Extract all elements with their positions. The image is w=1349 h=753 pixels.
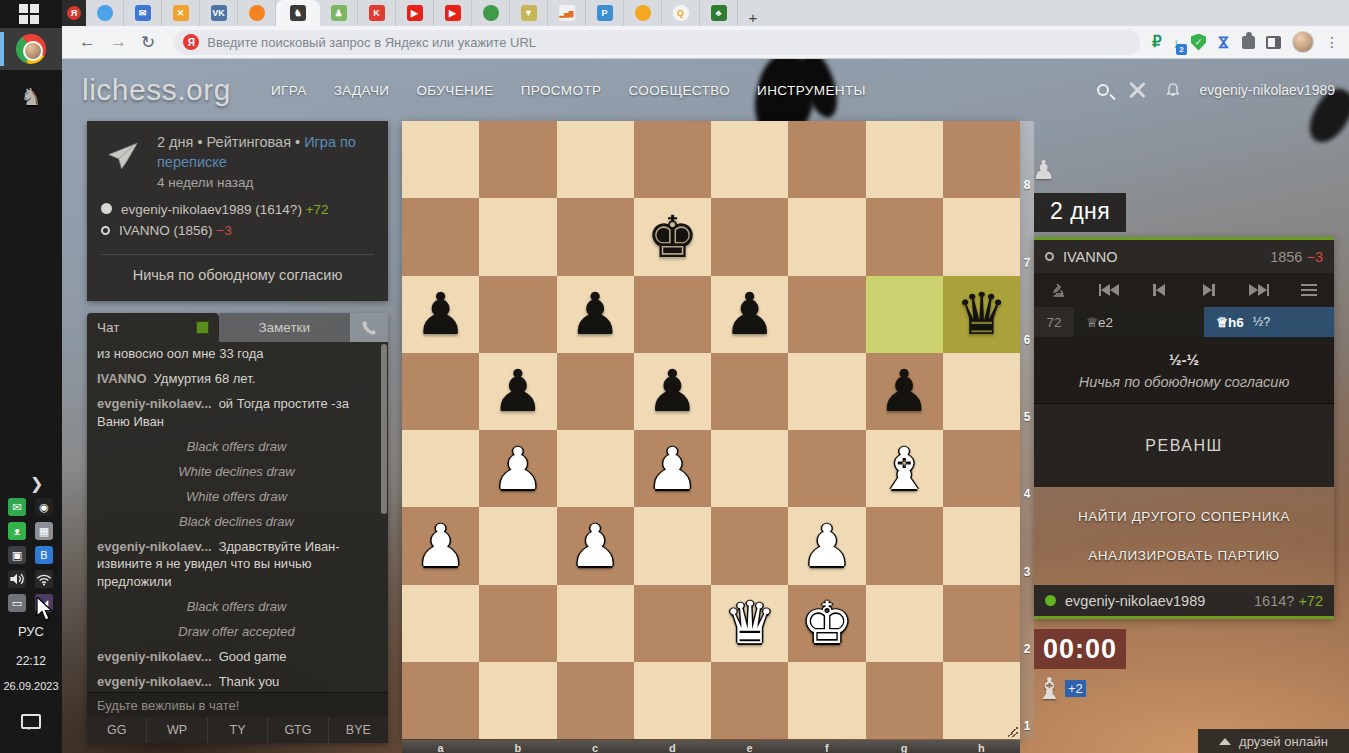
os-taskbar: ♞ ❯ ✉◉ᴥ▦▣B▭◢ РУС 22:12 26.09.2023 [0,0,62,753]
square-f5[interactable] [788,353,865,430]
square-h7[interactable] [943,198,1020,275]
main-nav: ИГРАЗАДАЧИОБУЧЕНИЕПРОСМОТРСООБЩЕСТВОИНСТ… [271,83,866,98]
black-material-pawn-icon: ♟ [1032,155,1055,186]
square-b4[interactable]: ♟ [479,430,556,507]
chat-system-message: Black offers draw [97,438,376,456]
black-move-selected[interactable]: ♕h6½? [1204,307,1334,337]
back-button[interactable]: ← [79,32,96,52]
tab-chess-green-icon: ♟ [331,5,347,21]
white-king[interactable]: ♚ [788,585,865,662]
site-logo[interactable]: lichess.org [82,73,231,107]
file-label-a: a [402,740,479,753]
correspondence-plane-icon [101,133,145,173]
square-c8[interactable] [557,121,634,198]
black-dot-icon [101,226,110,235]
square-f1[interactable] [788,662,865,739]
chat-username[interactable]: evgeniy-nikolaev... [97,539,212,554]
square-e2[interactable]: ♛ [711,585,788,662]
nav-item-4[interactable]: ПРОСМОТР [521,83,602,98]
square-b7[interactable] [479,198,556,275]
quick-button-wp[interactable]: WP [146,717,206,743]
new-opponent-button[interactable]: НАЙТИ ДРУГОГО СОПЕРНИКА [1078,509,1290,524]
tab-chess-green[interactable]: ♟ [320,0,358,26]
white-material-bishop-icon: ♝ [1036,671,1063,706]
square-e7[interactable] [711,198,788,275]
tab-youtube-2-icon: ▶ [445,5,461,21]
quick-button-bye[interactable]: BYE [328,717,388,743]
square-d5[interactable]: ♟ [634,353,711,430]
file-label-e: e [711,740,788,753]
friends-online-bar[interactable]: друзей онлайн [1198,729,1349,753]
square-f8[interactable] [788,121,865,198]
yandex-button[interactable]: Я [62,0,86,26]
divider [101,254,374,255]
game-age: 4 недели назад [157,175,374,190]
white-clock: 00:00 [1034,629,1126,669]
next-move-button[interactable] [1184,273,1234,307]
result-block: ½-½ Ничья по обоюдному согласию [1034,337,1334,403]
move-number: 72 [1034,307,1074,337]
notifications-icon[interactable] [21,714,41,729]
square-d3[interactable] [634,507,711,584]
chat-input[interactable]: Будьте вежливы в чате! [87,692,388,717]
previous-move-button[interactable] [1134,273,1184,307]
reload-button[interactable]: ↻ [141,32,155,53]
language-indicator[interactable]: РУС [0,624,62,639]
square-c3[interactable]: ♟ [557,507,634,584]
material-count: +2 [1065,680,1086,697]
chat-room-toggle[interactable] [196,321,209,334]
square-a1[interactable] [402,662,479,739]
square-a2[interactable] [402,585,479,662]
square-d4[interactable]: ♟ [634,430,711,507]
square-h2[interactable] [943,585,1020,662]
black-player-row[interactable]: IVANNO 1856 −3 [1034,237,1334,273]
square-a6[interactable]: ♟ [402,276,479,353]
square-e8[interactable] [711,121,788,198]
nav-item-5[interactable]: СООБЩЕСТВО [628,83,730,98]
rank-label-1: 1 [1020,662,1034,739]
quick-button-ty[interactable]: TY [207,717,267,743]
chat-quick-buttons: GGWPTYGTGBYE [87,717,388,743]
calculator-icon[interactable]: ▦ [35,522,53,540]
rank-label-3: 3 [1020,507,1034,584]
tab-green[interactable] [472,0,510,26]
square-c2[interactable] [557,585,634,662]
black-pawn[interactable]: ♟ [557,276,634,353]
tab-shield[interactable]: ▼ [510,0,548,26]
lichess-page: lichess.org ИГРАЗАДАЧИОБУЧЕНИЕПРОСМОТРСО… [62,59,1349,753]
white-player-line[interactable]: evgeniy-nikolaev1989 (1614?) +72 [101,200,374,221]
tab-chat[interactable]: Чат [87,313,219,342]
nav-item-3[interactable]: ОБУЧЕНИЕ [416,83,493,98]
bell-icon[interactable] [1165,82,1181,99]
analysis-button[interactable] [1034,273,1084,307]
square-g2[interactable] [866,585,943,662]
board-resize-handle[interactable] [1008,727,1018,737]
browser-toolbar: ← → ↻ Я Введите поисковый запрос в Яндек… [62,26,1349,59]
game-setup-line: 2 дня • Рейтинговая • Игра по переписке [157,133,374,172]
mail-icon[interactable]: ✉ [8,498,26,516]
chat-username[interactable]: IVANNO [97,371,147,386]
square-d6[interactable] [634,276,711,353]
wifi-icon[interactable] [35,570,53,588]
tab-lichess[interactable]: ♞ [276,0,320,26]
tab-youtube-2[interactable]: ▶ [434,0,472,26]
chrome-app-icon[interactable] [0,28,62,70]
clock-date[interactable]: 26.09.2023 [0,680,62,692]
black-player-line[interactable]: IVANNO (1856) −3 [101,221,374,242]
first-move-button[interactable] [1084,273,1134,307]
square-b8[interactable] [479,121,556,198]
file-label-d: d [634,740,711,753]
square-c4[interactable] [557,430,634,507]
square-f7[interactable] [788,198,865,275]
tab-vk[interactable]: VK [200,0,238,26]
chat-username[interactable]: evgeniy-nikolaev... [97,396,212,411]
chess-board[interactable]: ♚♟♟♟♛♟♟♟♟♟♝♟♟♟♛♚ [402,121,1020,739]
square-g7[interactable] [866,198,943,275]
chat-system-message: White offers draw [97,488,376,506]
tab-q-orange[interactable]: Q [662,0,700,26]
file-label-c: c [557,740,634,753]
white-pawn[interactable]: ♟ [557,507,634,584]
new-tab-button[interactable]: + [738,9,768,26]
square-e6[interactable]: ♟ [711,276,788,353]
white-pawn[interactable]: ♟ [634,430,711,507]
clock-time[interactable]: 22:12 [0,654,62,668]
white-material-advantage: ♝ +2 [1036,671,1086,706]
tab-youtube[interactable]: ▶ [396,0,434,26]
tab-p-blue-icon: P [597,5,613,21]
nvidia-icon[interactable]: ◉ [35,498,53,516]
volume-icon[interactable] [8,570,26,588]
square-b5[interactable]: ♟ [479,353,556,430]
microscope-icon [1051,282,1067,298]
screencast-icon[interactable]: ▣ [8,546,26,564]
address-bar[interactable]: Я Введите поисковый запрос в Яндекс или … [174,30,1140,55]
nav-item-1[interactable]: ИГРА [271,83,307,98]
rank-label-5: 5 [1020,353,1034,430]
monitor-icon[interactable]: ▭ [8,594,26,612]
square-g4[interactable]: ♝ [866,430,943,507]
square-a7[interactable] [402,198,479,275]
tab-p-blue[interactable]: P [586,0,624,26]
tab-stats-icon: ▂▅▇ [559,5,575,21]
tab-kinopoisk[interactable]: K [358,0,396,26]
result-reason: Ничья по обоюдному согласию [1079,374,1290,390]
white-pawn[interactable]: ♟ [402,507,479,584]
chat-message: из новосио оол мне 33 года [97,345,376,363]
square-a5[interactable] [402,353,479,430]
tab-lichess-icon: ♞ [290,5,306,21]
white-queen[interactable]: ♛ [711,585,788,662]
tab-orange-x[interactable]: ✕ [162,0,200,26]
last-move-button[interactable] [1234,273,1284,307]
menu-hamburger-icon[interactable] [1284,273,1334,307]
quick-button-gg[interactable]: GG [87,717,146,743]
challenges-swords-icon[interactable] [1128,81,1146,99]
black-queen[interactable]: ♛ [943,276,1020,353]
online-dot-icon [1045,595,1056,606]
chat-message: evgeniy-nikolaev...Good game [97,648,376,666]
white-move[interactable]: ♕e2 [1074,307,1204,337]
white-player-row[interactable]: evgeniy-nikolaev1989 1614? +72 [1034,585,1334,619]
square-c7[interactable] [557,198,634,275]
square-c6[interactable]: ♟ [557,276,634,353]
white-pawn[interactable]: ♟ [788,507,865,584]
tab-browser[interactable] [86,0,124,26]
tab-shield-icon: ▼ [521,5,537,21]
chat-system-message: Black declines draw [97,513,376,531]
square-c1[interactable] [557,662,634,739]
downloads-icon[interactable]: ↓2 [1173,34,1181,51]
profile-avatar[interactable] [1292,31,1314,53]
sidebar-toggle-icon[interactable] [1266,36,1281,49]
rank-coordinates: 87654321 [1020,121,1034,739]
rank-label-4: 4 [1020,430,1034,507]
chat-scrollbar[interactable] [381,344,387,514]
nav-item-2[interactable]: ЗАДАЧИ [334,83,390,98]
square-d2[interactable] [634,585,711,662]
rank-label-6: 6 [1020,276,1034,353]
file-label-b: b [479,740,556,753]
tab-mail-icon: ✉ [135,5,151,21]
search-icon[interactable] [1097,84,1109,96]
black-pawn[interactable]: ♟ [866,353,943,430]
voice-chat-button[interactable] [350,313,388,342]
black-pawn[interactable]: ♟ [711,276,788,353]
square-g3[interactable] [866,507,943,584]
draw-offer-mark: ½? [1253,315,1270,329]
tab-tree[interactable]: ♣ [700,0,738,26]
adguard-shield-icon[interactable]: ✓ [1191,34,1206,51]
time-control-badge: 2 дня [1034,193,1126,232]
square-g1[interactable] [866,662,943,739]
browser-menu-icon[interactable]: ⋮ [1325,34,1339,50]
rank-label-2: 2 [1020,585,1034,662]
yandex-search-icon: Я [183,34,199,50]
square-e5[interactable] [711,353,788,430]
white-pawn[interactable]: ♟ [479,430,556,507]
chat-message: evgeniy-nikolaev...Здравствуйте Иван- из… [97,538,376,592]
move-controls [1034,273,1334,307]
square-h5[interactable] [943,353,1020,430]
file-label-g: g [866,740,943,753]
square-a8[interactable] [402,121,479,198]
tab-orange-x-icon: ✕ [173,5,189,21]
extensions-puzzle-icon[interactable] [1242,36,1255,49]
white-bishop[interactable]: ♝ [866,430,943,507]
downloads-badge: 2 [1176,44,1187,55]
square-f3[interactable]: ♟ [788,507,865,584]
chat-message: evgeniy-nikolaev...ой Тогда простите -за… [97,395,376,431]
tab-q-orange-icon: Q [673,5,689,21]
result-summary: Ничья по обоюдному согласию [101,267,374,287]
user-menu[interactable]: evgeniy-nikolaev1989 [1200,82,1335,98]
phone-icon [361,320,377,336]
browser-window: Я ✉✕VK♞♟K▶▶▼▂▅▇PQ♣+ ← → ↻ Я Введите поис… [62,0,1349,753]
square-f4[interactable] [788,430,865,507]
tab-chat-orange[interactable] [624,0,662,26]
chat-message: evgeniy-nikolaev...Thank you [97,673,376,691]
chat-messages[interactable]: из новосио оол мне 33 годаIVANNOУдмуртия… [87,342,388,692]
tab-strip: Я ✉✕VK♞♟K▶▶▼▂▅▇PQ♣+ [62,0,1349,26]
square-f2[interactable]: ♚ [788,585,865,662]
square-b3[interactable] [479,507,556,584]
site-header: lichess.org ИГРАЗАДАЧИОБУЧЕНИЕПРОСМОТРСО… [82,67,1335,113]
file-label-f: f [788,740,865,753]
game-side-panel: IVANNO 1856 −3 72 ♕e2 ♕h6½? [1034,237,1334,619]
square-f6[interactable] [788,276,865,353]
offline-dot-icon [1045,252,1054,261]
knight-icon: ♞ [20,83,42,111]
address-placeholder: Введите поисковый запрос в Яндекс или ук… [207,35,536,50]
tab-vk-icon: VK [211,5,227,21]
game-meta-box: 2 дня • Рейтинговая • Игра по переписке … [87,121,388,301]
square-h4[interactable] [943,430,1020,507]
square-d1[interactable] [634,662,711,739]
square-h6[interactable]: ♛ [943,276,1020,353]
square-g8[interactable] [866,121,943,198]
chat-username[interactable]: evgeniy-nikolaev... [97,674,212,689]
file-coordinates: abcdefgh [402,740,1020,753]
square-d7[interactable]: ♚ [634,198,711,275]
chat-panel: Чат Заметки из новосио оол мне 33 годаIV… [87,313,388,743]
tray-expand-chevron-icon[interactable]: ❯ [30,474,43,493]
rematch-button[interactable]: РЕВАНШ [1034,403,1334,487]
quick-button-gtg[interactable]: GTG [267,717,327,743]
tab-green-icon [483,5,499,21]
square-a4[interactable] [402,430,479,507]
tab-orange[interactable] [238,0,276,26]
square-e4[interactable] [711,430,788,507]
tab-kinopoisk-icon: K [369,5,385,21]
square-h3[interactable] [943,507,1020,584]
chat-message: IVANNOУдмуртия 68 лет. [97,370,376,388]
black-pawn[interactable]: ♟ [479,353,556,430]
square-b1[interactable] [479,662,556,739]
tab-stats[interactable]: ▂▅▇ [548,0,586,26]
square-g6[interactable] [866,276,943,353]
chat-username[interactable]: evgeniy-nikolaev... [97,649,212,664]
chess-app-icon[interactable]: ♞ [0,76,62,118]
square-g5[interactable]: ♟ [866,353,943,430]
yandex-icon: Я [67,6,81,20]
tab-notes[interactable]: Заметки [219,313,351,342]
chat-system-message: Draw offer accepted [97,623,376,641]
expand-up-icon [1219,738,1231,745]
analyze-game-button[interactable]: АНАЛИЗИРОВАТЬ ПАРТИЮ [1088,548,1280,563]
black-pawn[interactable]: ♟ [634,353,711,430]
mouse-cursor [36,597,58,623]
move-list: 72 ♕e2 ♕h6½? [1034,307,1334,337]
black-pawn[interactable]: ♟ [402,276,479,353]
rank-label-7: 7 [1020,198,1034,275]
square-b6[interactable] [479,276,556,353]
forward-button[interactable]: → [110,32,127,52]
square-e1[interactable] [711,662,788,739]
chat-system-message: White declines draw [97,463,376,481]
square-d8[interactable] [634,121,711,198]
bookmark-ribbon-icon[interactable]: ⋈ [1216,35,1232,49]
tab-youtube-icon: ▶ [407,5,423,21]
square-a3[interactable]: ♟ [402,507,479,584]
square-e3[interactable] [711,507,788,584]
system-tray: ✉◉ᴥ▦▣B▭◢ [8,498,54,612]
tab-orange-icon [249,5,265,21]
tab-mail[interactable]: ✉ [124,0,162,26]
chat-system-message: Black offers draw [97,598,376,616]
tab-chat-orange-icon [635,5,651,21]
tab-browser-icon [97,5,113,21]
square-b2[interactable] [479,585,556,662]
bluetooth-icon[interactable]: B [35,546,53,564]
file-label-h: h [943,740,1020,753]
black-king[interactable]: ♚ [634,198,711,275]
antivirus-icon[interactable]: ᴥ [8,522,26,540]
white-dot-icon [101,203,112,214]
screen: ♞ ❯ ✉◉ᴥ▦▣B▭◢ РУС 22:12 26.09.2023 Я ✉✕VK… [0,0,1349,753]
square-h8[interactable] [943,121,1020,198]
square-c5[interactable] [557,353,634,430]
tab-tree-icon: ♣ [711,5,727,21]
chrome-icon [16,34,46,64]
ruble-icon[interactable]: ₽ [1152,33,1162,51]
windows-start-icon[interactable] [19,4,39,24]
nav-item-6[interactable]: ИНСТРУМЕНТЫ [757,83,866,98]
score: ½-½ [1169,351,1199,368]
